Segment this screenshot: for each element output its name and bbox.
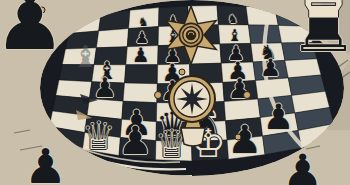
piece-p-b4[interactable]: ♟ xyxy=(93,74,117,101)
piece-p-c1[interactable]: ♟ xyxy=(118,121,153,160)
chess-illustration-scene: ♝ ♞♟♞♟♝♝♟♟♟♞♝♟♟♟♟♟♟♙♟♛♞♟♕♟♕♔♟ xyxy=(0,0,350,185)
piece-p-g2[interactable]: ♟ xyxy=(263,100,294,135)
piece-p-f1[interactable]: ♟ xyxy=(227,120,262,159)
piece-n-f8[interactable]: ♞ xyxy=(227,13,238,25)
medallion-icon xyxy=(166,74,220,156)
piece-p-f4[interactable]: ♟ xyxy=(227,75,251,102)
piece-Q-b1[interactable]: ♕ xyxy=(81,116,116,155)
offboard-black-pawn-bottom-left: ♟ xyxy=(24,142,67,185)
offboard-two-tone-rook-top-right: ♜ ♜ xyxy=(288,0,350,74)
offboard-black-pawn-top-left: ♟ xyxy=(0,0,66,62)
piece-n-c8[interactable]: ♞ xyxy=(138,16,149,28)
star-badge-icon xyxy=(162,2,220,68)
offboard-black-pawn-bottom-right: ♟ xyxy=(282,148,323,185)
piece-p-g5[interactable]: ♟ xyxy=(260,56,282,80)
piece-p-c6[interactable]: ♟ xyxy=(132,45,150,65)
sunburst xyxy=(176,83,208,115)
